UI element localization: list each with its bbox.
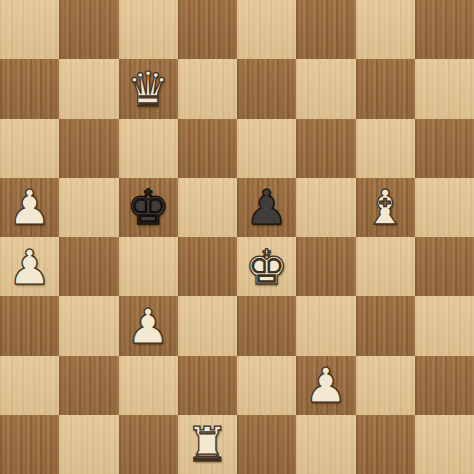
square-c3[interactable]: ♟ [119,296,178,355]
white-pawn-a5[interactable]: ♟ [0,178,59,237]
square-g5[interactable]: ♝ [356,178,415,237]
square-b7[interactable] [59,59,118,118]
square-d2[interactable] [178,356,237,415]
square-c6[interactable] [119,119,178,178]
square-h3[interactable] [415,296,474,355]
square-f2[interactable]: ♟ [296,356,355,415]
square-b2[interactable] [59,356,118,415]
square-e6[interactable] [237,119,296,178]
square-a6[interactable] [0,119,59,178]
square-b3[interactable] [59,296,118,355]
white-queen-c7[interactable]: ♛ [119,59,178,118]
white-pawn-f2[interactable]: ♟ [296,356,355,415]
square-a5[interactable]: ♟ [0,178,59,237]
square-b6[interactable] [59,119,118,178]
square-d8[interactable] [178,0,237,59]
square-h1[interactable] [415,415,474,474]
square-e8[interactable] [237,0,296,59]
square-g2[interactable] [356,356,415,415]
square-d6[interactable] [178,119,237,178]
square-d3[interactable] [178,296,237,355]
square-g8[interactable] [356,0,415,59]
square-d4[interactable] [178,237,237,296]
square-d7[interactable] [178,59,237,118]
white-pawn-a4[interactable]: ♟ [0,237,59,296]
square-h5[interactable] [415,178,474,237]
square-f7[interactable] [296,59,355,118]
white-rook-d1[interactable]: ♜ [178,415,237,474]
square-a7[interactable] [0,59,59,118]
black-king-c5[interactable]: ♚ [119,178,178,237]
square-f6[interactable] [296,119,355,178]
square-h4[interactable] [415,237,474,296]
white-king-e4[interactable]: ♚ [237,237,296,296]
square-e1[interactable] [237,415,296,474]
square-g4[interactable] [356,237,415,296]
square-c7[interactable]: ♛ [119,59,178,118]
square-c8[interactable] [119,0,178,59]
square-e2[interactable] [237,356,296,415]
square-f4[interactable] [296,237,355,296]
square-h2[interactable] [415,356,474,415]
square-e3[interactable] [237,296,296,355]
square-e4[interactable]: ♚ [237,237,296,296]
square-a4[interactable]: ♟ [0,237,59,296]
square-e7[interactable] [237,59,296,118]
square-c4[interactable] [119,237,178,296]
square-d5[interactable] [178,178,237,237]
black-pawn-e5[interactable]: ♟ [237,178,296,237]
square-f1[interactable] [296,415,355,474]
square-d1[interactable]: ♜ [178,415,237,474]
white-bishop-g5[interactable]: ♝ [356,178,415,237]
square-a8[interactable] [0,0,59,59]
square-f3[interactable] [296,296,355,355]
square-c2[interactable] [119,356,178,415]
square-g6[interactable] [356,119,415,178]
square-a3[interactable] [0,296,59,355]
square-f8[interactable] [296,0,355,59]
white-pawn-c3[interactable]: ♟ [119,296,178,355]
square-h6[interactable] [415,119,474,178]
square-g1[interactable] [356,415,415,474]
square-h8[interactable] [415,0,474,59]
square-b1[interactable] [59,415,118,474]
square-a1[interactable] [0,415,59,474]
square-h7[interactable] [415,59,474,118]
square-b5[interactable] [59,178,118,237]
square-e5[interactable]: ♟ [237,178,296,237]
square-c5[interactable]: ♚ [119,178,178,237]
square-b4[interactable] [59,237,118,296]
square-g3[interactable] [356,296,415,355]
square-f5[interactable] [296,178,355,237]
chess-board[interactable]: ♛♟♚♟♝♟♚♟♟♜ [0,0,474,474]
square-g7[interactable] [356,59,415,118]
square-c1[interactable] [119,415,178,474]
square-a2[interactable] [0,356,59,415]
chess-board-container: ♛♟♚♟♝♟♚♟♟♜ [0,0,474,474]
square-b8[interactable] [59,0,118,59]
